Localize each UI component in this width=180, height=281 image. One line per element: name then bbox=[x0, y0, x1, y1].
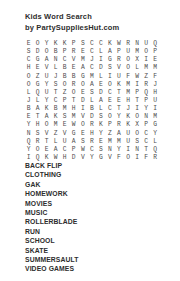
grid-cell: E bbox=[42, 146, 51, 154]
grid-cell: O bbox=[33, 40, 42, 48]
grid-cell: O bbox=[124, 56, 133, 64]
grid-cell: L bbox=[51, 64, 60, 72]
grid-cell: T bbox=[142, 146, 151, 154]
grid-cell: V bbox=[42, 130, 51, 138]
grid-cell: H bbox=[124, 97, 133, 105]
grid-cell: N bbox=[105, 146, 114, 154]
grid-cell: A bbox=[87, 81, 96, 89]
grid-cell: W bbox=[78, 146, 87, 154]
grid-cell: W bbox=[133, 73, 142, 81]
grid-cell: V bbox=[60, 130, 69, 138]
grid-cell: N bbox=[51, 56, 60, 64]
grid-cell: I bbox=[78, 105, 87, 113]
grid-cell: B bbox=[24, 105, 33, 113]
grid-cell: V bbox=[78, 113, 87, 121]
grid-cell: Z bbox=[51, 130, 60, 138]
grid-cell: Y bbox=[24, 146, 33, 154]
grid-cell: S bbox=[78, 40, 87, 48]
grid-cell: M bbox=[151, 64, 160, 72]
grid-cell: A bbox=[33, 105, 42, 113]
grid-cell: C bbox=[87, 64, 96, 72]
grid-cell: Z bbox=[105, 130, 114, 138]
grid-cell: Q bbox=[151, 40, 160, 48]
grid-cell: G bbox=[33, 56, 42, 64]
grid-cell: N bbox=[142, 113, 151, 121]
grid-cell: Y bbox=[151, 130, 160, 138]
grid-cell: A bbox=[96, 97, 105, 105]
grid-cell: Y bbox=[42, 40, 51, 48]
grid-cell: K bbox=[96, 122, 105, 130]
grid-cell: H bbox=[24, 64, 33, 72]
grid-cell: U bbox=[124, 48, 133, 56]
grid-cell: R bbox=[114, 56, 123, 64]
grid-cell: I bbox=[96, 56, 105, 64]
grid-cell: A bbox=[105, 48, 114, 56]
grid-cell: P bbox=[69, 146, 78, 154]
grid-cell: M bbox=[78, 56, 87, 64]
grid-cell: E bbox=[105, 97, 114, 105]
grid-cell: B bbox=[51, 48, 60, 56]
grid-cell: H bbox=[33, 122, 42, 130]
grid-cell: U bbox=[124, 130, 133, 138]
grid-cell: C bbox=[96, 40, 105, 48]
grid-cell: P bbox=[114, 48, 123, 56]
grid-cell: O bbox=[133, 130, 142, 138]
puzzle-byline: by PartySuppliesHut.com bbox=[25, 23, 119, 34]
grid-cell: L bbox=[96, 48, 105, 56]
grid-cell: Q bbox=[24, 138, 33, 146]
grid-cell: B bbox=[69, 73, 78, 81]
grid-cell: Y bbox=[96, 130, 105, 138]
grid-cell: I bbox=[133, 81, 142, 89]
grid-cell: M bbox=[60, 105, 69, 113]
grid-cell: G bbox=[69, 130, 78, 138]
letter-grid: EOYKKPSCCKWRNUQSDOBPRECLAPUMOPCGANCVMJIG… bbox=[24, 40, 160, 162]
grid-cell: A bbox=[78, 64, 87, 72]
grid-cell: E bbox=[96, 138, 105, 146]
grid-cell: S bbox=[51, 81, 60, 89]
word-list-item: BACK FLIP bbox=[25, 161, 78, 170]
grid-cell: P bbox=[133, 89, 142, 97]
grid-cell: I bbox=[151, 105, 160, 113]
grid-cell: A bbox=[42, 113, 51, 121]
grid-cell: O bbox=[78, 122, 87, 130]
grid-cell: Q bbox=[33, 89, 42, 97]
grid-cell: M bbox=[69, 113, 78, 121]
grid-cell: O bbox=[24, 81, 33, 89]
grid-cell: C bbox=[87, 146, 96, 154]
word-list-item: VIDEO GAMES bbox=[25, 264, 78, 273]
grid-cell: F bbox=[114, 154, 123, 162]
grid-cell: D bbox=[87, 113, 96, 121]
grid-cell: U bbox=[114, 73, 123, 81]
grid-cell: L bbox=[51, 138, 60, 146]
grid-cell: C bbox=[105, 89, 114, 97]
grid-cell: O bbox=[60, 81, 69, 89]
grid-cell: X bbox=[133, 56, 142, 64]
grid-cell: N bbox=[133, 146, 142, 154]
grid-cell: P bbox=[105, 122, 114, 130]
grid-cell: S bbox=[96, 146, 105, 154]
grid-cell: M bbox=[124, 89, 133, 97]
grid-cell: E bbox=[96, 81, 105, 89]
grid-cell: U bbox=[42, 73, 51, 81]
grid-cell: O bbox=[78, 81, 87, 89]
grid-cell: H bbox=[69, 105, 78, 113]
grid-cell: A bbox=[51, 146, 60, 154]
grid-cell: M bbox=[142, 64, 151, 72]
grid-cell: M bbox=[105, 138, 114, 146]
grid-cell: R bbox=[87, 138, 96, 146]
grid-cell: L bbox=[96, 105, 105, 113]
grid-cell: T bbox=[51, 89, 60, 97]
grid-cell: T bbox=[114, 105, 123, 113]
grid-cell: M bbox=[114, 138, 123, 146]
grid-cell: E bbox=[33, 64, 42, 72]
grid-cell: C bbox=[87, 40, 96, 48]
grid-cell: O bbox=[124, 64, 133, 72]
grid-cell: L bbox=[133, 64, 142, 72]
grid-cell: T bbox=[42, 138, 51, 146]
grid-cell: N bbox=[133, 40, 142, 48]
grid-cell: J bbox=[51, 73, 60, 81]
word-list-item: SUMMERSAULT bbox=[25, 255, 78, 264]
grid-cell: N bbox=[24, 130, 33, 138]
grid-cell: C bbox=[51, 97, 60, 105]
grid-cell: P bbox=[69, 40, 78, 48]
grid-cell: J bbox=[87, 56, 96, 64]
grid-cell: B bbox=[60, 64, 69, 72]
grid-cell: S bbox=[33, 130, 42, 138]
grid-cell: U bbox=[151, 97, 160, 105]
grid-cell: Z bbox=[60, 89, 69, 97]
grid-cell: K bbox=[124, 122, 133, 130]
grid-cell: B bbox=[87, 105, 96, 113]
grid-cell: U bbox=[142, 40, 151, 48]
grid-cell: K bbox=[105, 40, 114, 48]
grid-cell: U bbox=[60, 138, 69, 146]
grid-cell: T bbox=[133, 97, 142, 105]
grid-cell: M bbox=[133, 48, 142, 56]
grid-cell: S bbox=[78, 138, 87, 146]
grid-cell: G bbox=[78, 73, 87, 81]
grid-cell: V bbox=[105, 154, 114, 162]
grid-cell: H bbox=[151, 89, 160, 97]
grid-cell: V bbox=[42, 64, 51, 72]
grid-cell: E bbox=[24, 113, 33, 121]
grid-cell: R bbox=[151, 154, 160, 162]
word-list-item: RUN bbox=[25, 227, 78, 236]
grid-cell: O bbox=[24, 73, 33, 81]
grid-cell: F bbox=[142, 154, 151, 162]
grid-cell: T bbox=[114, 89, 123, 97]
grid-cell: E bbox=[69, 64, 78, 72]
grid-cell: P bbox=[60, 48, 69, 56]
grid-cell: P bbox=[142, 122, 151, 130]
grid-cell: V bbox=[69, 56, 78, 64]
word-list: BACK FLIPCLOTHINGGAKHOMEWORKMOVIESMUSICR… bbox=[25, 161, 78, 274]
puzzle-title: Kids Word Search bbox=[25, 12, 119, 23]
word-list-item: GAK bbox=[25, 180, 78, 189]
grid-cell: I bbox=[142, 56, 151, 64]
grid-cell: E bbox=[78, 89, 87, 97]
grid-cell: Y bbox=[114, 113, 123, 121]
grid-cell: Y bbox=[114, 146, 123, 154]
grid-cell: A bbox=[42, 56, 51, 64]
grid-cell: D bbox=[33, 48, 42, 56]
grid-cell: O bbox=[105, 81, 114, 89]
grid-cell: O bbox=[124, 154, 133, 162]
grid-cell: R bbox=[87, 122, 96, 130]
grid-cell: E bbox=[151, 56, 160, 64]
grid-cell: P bbox=[60, 97, 69, 105]
grid-cell: O bbox=[105, 113, 114, 121]
grid-cell: C bbox=[87, 48, 96, 56]
grid-cell: K bbox=[42, 105, 51, 113]
grid-cell: P bbox=[142, 97, 151, 105]
grid-cell: K bbox=[51, 40, 60, 48]
title-block: Kids Word Search by PartySuppliesHut.com bbox=[25, 12, 119, 33]
grid-cell: J bbox=[151, 81, 160, 89]
grid-cell: E bbox=[24, 40, 33, 48]
word-list-item: SKATE bbox=[25, 246, 78, 255]
grid-cell: W bbox=[69, 122, 78, 130]
grid-cell: O bbox=[142, 48, 151, 56]
grid-cell: R bbox=[114, 122, 123, 130]
grid-cell: S bbox=[96, 113, 105, 121]
grid-cell: K bbox=[114, 81, 123, 89]
grid-cell: M bbox=[151, 113, 160, 121]
grid-cell: E bbox=[114, 97, 123, 105]
grid-cell: D bbox=[96, 89, 105, 97]
grid-cell: L bbox=[151, 138, 160, 146]
grid-cell: Y bbox=[24, 122, 33, 130]
grid-cell: U bbox=[124, 138, 133, 146]
grid-cell: D bbox=[78, 97, 87, 105]
grid-cell: Y bbox=[142, 105, 151, 113]
grid-cell: T bbox=[69, 97, 78, 105]
grid-cell: B bbox=[60, 73, 69, 81]
grid-cell: K bbox=[60, 40, 69, 48]
grid-cell: J bbox=[124, 105, 133, 113]
grid-cell: B bbox=[51, 105, 60, 113]
grid-cell: X bbox=[133, 122, 142, 130]
grid-cell: L bbox=[24, 89, 33, 97]
grid-cell: S bbox=[133, 138, 142, 146]
grid-cell: C bbox=[60, 146, 69, 154]
grid-cell: L bbox=[87, 97, 96, 105]
grid-cell: Y bbox=[42, 97, 51, 105]
grid-cell: P bbox=[151, 48, 160, 56]
grid-cell: R bbox=[142, 81, 151, 89]
grid-cell: G bbox=[151, 122, 160, 130]
grid-cell: S bbox=[24, 48, 33, 56]
grid-cell: E bbox=[78, 48, 87, 56]
grid-cell: L bbox=[96, 73, 105, 81]
grid-cell: R bbox=[33, 138, 42, 146]
grid-cell: I bbox=[105, 73, 114, 81]
grid-cell: E bbox=[60, 122, 69, 130]
grid-cell: C bbox=[24, 56, 33, 64]
grid-cell: I bbox=[124, 146, 133, 154]
word-list-item: MOVIES bbox=[25, 199, 78, 208]
grid-cell: C bbox=[142, 138, 151, 146]
grid-cell: T bbox=[33, 113, 42, 121]
grid-cell: L bbox=[33, 97, 42, 105]
grid-cell: J bbox=[24, 97, 33, 105]
grid-cell: G bbox=[96, 154, 105, 162]
grid-cell: U bbox=[42, 89, 51, 97]
grid-cell: R bbox=[69, 48, 78, 56]
grid-cell: Y bbox=[42, 81, 51, 89]
grid-cell: O bbox=[33, 146, 42, 154]
grid-cell: O bbox=[42, 48, 51, 56]
grid-cell: A bbox=[114, 130, 123, 138]
grid-cell: Y bbox=[87, 154, 96, 162]
grid-cell: S bbox=[60, 113, 69, 121]
grid-cell: F bbox=[151, 73, 160, 81]
grid-cell: C bbox=[105, 105, 114, 113]
grid-cell: V bbox=[114, 64, 123, 72]
grid-cell: O bbox=[133, 113, 142, 121]
grid-cell: W bbox=[114, 40, 123, 48]
grid-cell: R bbox=[124, 40, 133, 48]
grid-cell: Z bbox=[142, 73, 151, 81]
grid-cell: A bbox=[69, 138, 78, 146]
grid-cell: G bbox=[105, 56, 114, 64]
grid-cell: I bbox=[133, 154, 142, 162]
word-list-item: CLOTHING bbox=[25, 170, 78, 179]
grid-cell: Q bbox=[151, 146, 160, 154]
grid-cell: M bbox=[51, 122, 60, 130]
grid-cell: D bbox=[96, 64, 105, 72]
word-list-item: ROLLERBLADE bbox=[25, 217, 78, 226]
grid-cell: E bbox=[78, 130, 87, 138]
grid-cell: O bbox=[42, 122, 51, 130]
grid-cell: G bbox=[33, 81, 42, 89]
grid-cell: Z bbox=[33, 73, 42, 81]
grid-cell: Q bbox=[142, 89, 151, 97]
grid-cell: I bbox=[133, 105, 142, 113]
grid-cell: S bbox=[105, 64, 114, 72]
word-list-item: HOMEWORK bbox=[25, 189, 78, 198]
grid-cell: C bbox=[142, 130, 151, 138]
grid-cell: H bbox=[87, 130, 96, 138]
grid-cell: M bbox=[124, 81, 133, 89]
grid-cell: R bbox=[69, 81, 78, 89]
grid-cell: V bbox=[78, 154, 87, 162]
grid-cell: O bbox=[69, 89, 78, 97]
grid-cell: S bbox=[87, 89, 96, 97]
word-list-item: SCHOOL bbox=[25, 236, 78, 245]
grid-cell: K bbox=[51, 113, 60, 121]
grid-cell: M bbox=[87, 73, 96, 81]
word-list-item: MUSIC bbox=[25, 208, 78, 217]
grid-cell: F bbox=[124, 73, 133, 81]
grid-cell: K bbox=[124, 113, 133, 121]
grid-cell: C bbox=[60, 56, 69, 64]
